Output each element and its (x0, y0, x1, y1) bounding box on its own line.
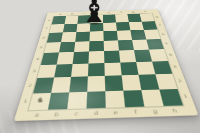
square-c3[interactable] (71, 63, 88, 77)
square-d3[interactable] (88, 63, 105, 77)
square-e3[interactable] (104, 62, 121, 76)
square-d1[interactable] (86, 91, 105, 109)
coordinate-label: b (46, 109, 67, 120)
square-c4[interactable] (73, 51, 89, 63)
square-c2[interactable] (69, 76, 88, 92)
square-b3[interactable] (54, 64, 72, 78)
square-d6[interactable] (89, 31, 103, 41)
square-h5[interactable] (146, 39, 164, 50)
black-bishop[interactable]: ♝ (78, 0, 110, 27)
square-d2[interactable] (87, 76, 105, 91)
coordinate-label: e (106, 107, 126, 118)
square-e6[interactable] (103, 31, 117, 41)
square-h6[interactable] (144, 29, 161, 39)
square-e4[interactable] (104, 51, 120, 63)
coordinate-label: d (86, 108, 106, 119)
square-d4[interactable] (88, 51, 104, 63)
square-e5[interactable] (104, 40, 119, 51)
square-e2[interactable] (105, 75, 123, 90)
square-c5[interactable] (74, 41, 89, 52)
square-e1[interactable] (105, 90, 125, 108)
square-a1[interactable]: ♞ (29, 92, 52, 110)
coordinate-label: a (26, 110, 48, 121)
coordinate-label: h (164, 105, 187, 116)
coordinate-label: c (66, 108, 87, 119)
square-b6[interactable] (61, 32, 76, 42)
table-background: abcdefgh abcdefgh 87654321 87654321 ♞ ♝ (0, 0, 200, 133)
square-b5[interactable] (59, 41, 75, 52)
square-c1[interactable] (67, 91, 87, 109)
square-b4[interactable] (57, 52, 74, 64)
coordinate-label: g (144, 106, 166, 117)
square-b2[interactable] (51, 77, 71, 93)
square-d5[interactable] (89, 41, 104, 52)
brand-emblem: ♞ (29, 92, 52, 110)
coordinate-label: f (125, 107, 146, 118)
square-c6[interactable] (75, 32, 90, 42)
square-b1[interactable] (48, 92, 69, 110)
